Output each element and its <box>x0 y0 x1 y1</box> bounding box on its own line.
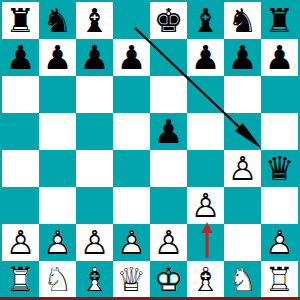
square-f8[interactable]: ♝ <box>187 2 224 39</box>
white-pawn[interactable]: ♙ <box>39 224 76 261</box>
white-pawn[interactable]: ♙ <box>150 224 187 261</box>
square-d3[interactable] <box>113 187 150 224</box>
board-grid: ♜♞♝♚♝♞♜♟♟♟♟♟♟♟♟♟♙♛♟♙♟♙♟♙♟♙♟♙♟♙♟♙♜♖♞♘♝♗♛♕… <box>0 0 300 300</box>
black-pawn[interactable]: ♟ <box>261 39 298 76</box>
square-h8[interactable]: ♜ <box>261 2 298 39</box>
black-bishop[interactable]: ♝ <box>76 2 113 39</box>
square-g2[interactable] <box>224 224 261 261</box>
black-knight[interactable]: ♞ <box>39 2 76 39</box>
white-queen[interactable]: ♕ <box>113 261 150 298</box>
square-b3[interactable] <box>39 187 76 224</box>
black-pawn[interactable]: ♟ <box>187 39 224 76</box>
black-pawn[interactable]: ♟ <box>39 39 76 76</box>
white-pawn[interactable]: ♙ <box>187 187 224 224</box>
square-a7[interactable]: ♟ <box>2 39 39 76</box>
square-a8[interactable]: ♜ <box>2 2 39 39</box>
square-h5[interactable] <box>261 113 298 150</box>
black-pawn[interactable]: ♟ <box>2 39 39 76</box>
square-h3[interactable] <box>261 187 298 224</box>
square-d8[interactable] <box>113 2 150 39</box>
square-g8[interactable]: ♞ <box>224 2 261 39</box>
black-rook[interactable]: ♜ <box>2 2 39 39</box>
square-g3[interactable] <box>224 187 261 224</box>
square-g5[interactable] <box>224 113 261 150</box>
square-e2[interactable]: ♟♙ <box>150 224 187 261</box>
square-b1[interactable]: ♞♘ <box>39 261 76 298</box>
white-rook[interactable]: ♖ <box>2 261 39 298</box>
white-pawn[interactable]: ♙ <box>113 224 150 261</box>
white-bishop[interactable]: ♗ <box>76 261 113 298</box>
white-pawn[interactable]: ♙ <box>2 224 39 261</box>
square-a4[interactable] <box>2 150 39 187</box>
square-c7[interactable]: ♟ <box>76 39 113 76</box>
square-h4[interactable]: ♛ <box>261 150 298 187</box>
square-f1[interactable]: ♝♗ <box>187 261 224 298</box>
square-e3[interactable] <box>150 187 187 224</box>
square-e8[interactable]: ♚ <box>150 2 187 39</box>
square-c2[interactable]: ♟♙ <box>76 224 113 261</box>
square-a6[interactable] <box>2 76 39 113</box>
square-b7[interactable]: ♟ <box>39 39 76 76</box>
square-a2[interactable]: ♟♙ <box>2 224 39 261</box>
square-d4[interactable] <box>113 150 150 187</box>
square-e7[interactable] <box>150 39 187 76</box>
square-c8[interactable]: ♝ <box>76 2 113 39</box>
black-king[interactable]: ♚ <box>150 2 187 39</box>
square-e6[interactable] <box>150 76 187 113</box>
white-knight[interactable]: ♘ <box>39 261 76 298</box>
white-knight[interactable]: ♘ <box>224 261 261 298</box>
square-b5[interactable] <box>39 113 76 150</box>
square-f7[interactable]: ♟ <box>187 39 224 76</box>
black-pawn[interactable]: ♟ <box>76 39 113 76</box>
square-e1[interactable]: ♚♔ <box>150 261 187 298</box>
square-e4[interactable] <box>150 150 187 187</box>
white-pawn[interactable]: ♙ <box>76 224 113 261</box>
square-h6[interactable] <box>261 76 298 113</box>
white-bishop[interactable]: ♗ <box>187 261 224 298</box>
square-f6[interactable] <box>187 76 224 113</box>
black-rook[interactable]: ♜ <box>261 2 298 39</box>
square-a5[interactable] <box>2 113 39 150</box>
square-h1[interactable]: ♜♖ <box>261 261 298 298</box>
square-d6[interactable] <box>113 76 150 113</box>
square-c3[interactable] <box>76 187 113 224</box>
square-d7[interactable]: ♟ <box>113 39 150 76</box>
square-f2[interactable] <box>187 224 224 261</box>
square-b8[interactable]: ♞ <box>39 2 76 39</box>
black-pawn[interactable]: ♟ <box>224 39 261 76</box>
black-bishop[interactable]: ♝ <box>187 2 224 39</box>
black-queen[interactable]: ♛ <box>261 150 298 187</box>
square-e5[interactable]: ♟ <box>150 113 187 150</box>
square-b4[interactable] <box>39 150 76 187</box>
square-a3[interactable] <box>2 187 39 224</box>
square-h7[interactable]: ♟ <box>261 39 298 76</box>
square-f5[interactable] <box>187 113 224 150</box>
square-c6[interactable] <box>76 76 113 113</box>
square-h2[interactable]: ♟♙ <box>261 224 298 261</box>
white-king[interactable]: ♔ <box>150 261 187 298</box>
square-f4[interactable] <box>187 150 224 187</box>
black-knight[interactable]: ♞ <box>224 2 261 39</box>
white-pawn[interactable]: ♙ <box>261 224 298 261</box>
square-g6[interactable] <box>224 76 261 113</box>
square-b6[interactable] <box>39 76 76 113</box>
black-pawn[interactable]: ♟ <box>113 39 150 76</box>
square-d5[interactable] <box>113 113 150 150</box>
white-rook[interactable]: ♖ <box>261 261 298 298</box>
square-d2[interactable]: ♟♙ <box>113 224 150 261</box>
square-d1[interactable]: ♛♕ <box>113 261 150 298</box>
square-g4[interactable]: ♟♙ <box>224 150 261 187</box>
white-pawn[interactable]: ♙ <box>224 150 261 187</box>
square-f3[interactable]: ♟♙ <box>187 187 224 224</box>
square-g7[interactable]: ♟ <box>224 39 261 76</box>
square-g1[interactable]: ♞♘ <box>224 261 261 298</box>
square-c4[interactable] <box>76 150 113 187</box>
square-a1[interactable]: ♜♖ <box>2 261 39 298</box>
square-b2[interactable]: ♟♙ <box>39 224 76 261</box>
black-pawn[interactable]: ♟ <box>150 113 187 150</box>
chess-board: ♜♞♝♚♝♞♜♟♟♟♟♟♟♟♟♟♙♛♟♙♟♙♟♙♟♙♟♙♟♙♟♙♜♖♞♘♝♗♛♕… <box>0 0 300 300</box>
square-c1[interactable]: ♝♗ <box>76 261 113 298</box>
square-c5[interactable] <box>76 113 113 150</box>
